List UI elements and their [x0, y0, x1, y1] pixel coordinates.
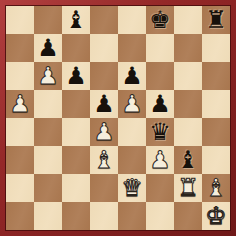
square-g3[interactable]: ♝	[174, 146, 202, 174]
square-a8[interactable]	[6, 6, 34, 34]
square-f4[interactable]: ♛	[146, 118, 174, 146]
black-rook-h8[interactable]: ♜	[205, 6, 227, 34]
square-a4[interactable]	[6, 118, 34, 146]
square-g2[interactable]: ♜	[174, 174, 202, 202]
black-pawn-f5[interactable]: ♟	[149, 90, 171, 118]
square-e1[interactable]	[118, 202, 146, 230]
square-g4[interactable]	[174, 118, 202, 146]
square-e3[interactable]	[118, 146, 146, 174]
white-pawn-f3[interactable]: ♟	[149, 146, 171, 174]
square-b5[interactable]	[34, 90, 62, 118]
square-e4[interactable]	[118, 118, 146, 146]
square-a7[interactable]	[6, 34, 34, 62]
square-c6[interactable]: ♟	[62, 62, 90, 90]
square-a3[interactable]	[6, 146, 34, 174]
square-d5[interactable]: ♟	[90, 90, 118, 118]
white-pawn-d4[interactable]: ♟	[93, 118, 115, 146]
square-d4[interactable]: ♟	[90, 118, 118, 146]
square-b1[interactable]	[34, 202, 62, 230]
square-h2[interactable]: ♝	[202, 174, 230, 202]
square-c5[interactable]	[62, 90, 90, 118]
board-frame: ♝♚♜♟♟♟♟♟♟♟♟♟♛♝♟♝♛♜♝♚	[0, 0, 236, 236]
square-h7[interactable]	[202, 34, 230, 62]
square-d6[interactable]	[90, 62, 118, 90]
black-pawn-e6[interactable]: ♟	[121, 62, 143, 90]
square-c4[interactable]	[62, 118, 90, 146]
black-pawn-d5[interactable]: ♟	[93, 90, 115, 118]
black-queen-f4[interactable]: ♛	[149, 118, 171, 146]
square-c2[interactable]	[62, 174, 90, 202]
black-bishop-g3[interactable]: ♝	[177, 146, 199, 174]
square-e5[interactable]: ♟	[118, 90, 146, 118]
square-d1[interactable]	[90, 202, 118, 230]
black-pawn-c6[interactable]: ♟	[65, 62, 87, 90]
square-h4[interactable]	[202, 118, 230, 146]
square-f1[interactable]	[146, 202, 174, 230]
white-queen-e2[interactable]: ♛	[121, 174, 143, 202]
square-f7[interactable]	[146, 34, 174, 62]
white-pawn-a5[interactable]: ♟	[9, 90, 31, 118]
chessboard[interactable]: ♝♚♜♟♟♟♟♟♟♟♟♟♛♝♟♝♛♜♝♚	[6, 6, 230, 230]
white-king-h1[interactable]: ♚	[205, 202, 227, 230]
chessboard-screenshot: ♝♚♜♟♟♟♟♟♟♟♟♟♛♝♟♝♛♜♝♚	[0, 0, 236, 236]
square-h1[interactable]: ♚	[202, 202, 230, 230]
white-pawn-e5[interactable]: ♟	[121, 90, 143, 118]
square-e2[interactable]: ♛	[118, 174, 146, 202]
square-g7[interactable]	[174, 34, 202, 62]
square-f2[interactable]	[146, 174, 174, 202]
square-d7[interactable]	[90, 34, 118, 62]
white-bishop-d3[interactable]: ♝	[93, 146, 115, 174]
black-pawn-b7[interactable]: ♟	[37, 34, 59, 62]
square-h6[interactable]	[202, 62, 230, 90]
square-g6[interactable]	[174, 62, 202, 90]
square-b4[interactable]	[34, 118, 62, 146]
square-d3[interactable]: ♝	[90, 146, 118, 174]
square-h3[interactable]	[202, 146, 230, 174]
square-h8[interactable]: ♜	[202, 6, 230, 34]
square-e8[interactable]	[118, 6, 146, 34]
square-b3[interactable]	[34, 146, 62, 174]
white-bishop-h2[interactable]: ♝	[205, 174, 227, 202]
square-g1[interactable]	[174, 202, 202, 230]
square-b2[interactable]	[34, 174, 62, 202]
square-c8[interactable]: ♝	[62, 6, 90, 34]
square-b7[interactable]: ♟	[34, 34, 62, 62]
square-e7[interactable]	[118, 34, 146, 62]
square-e6[interactable]: ♟	[118, 62, 146, 90]
square-d8[interactable]	[90, 6, 118, 34]
square-a5[interactable]: ♟	[6, 90, 34, 118]
white-pawn-b6[interactable]: ♟	[37, 62, 59, 90]
square-b6[interactable]: ♟	[34, 62, 62, 90]
square-f3[interactable]: ♟	[146, 146, 174, 174]
square-f5[interactable]: ♟	[146, 90, 174, 118]
black-bishop-c8[interactable]: ♝	[65, 6, 87, 34]
square-c3[interactable]	[62, 146, 90, 174]
square-c1[interactable]	[62, 202, 90, 230]
square-c7[interactable]	[62, 34, 90, 62]
square-d2[interactable]	[90, 174, 118, 202]
square-f6[interactable]	[146, 62, 174, 90]
square-a1[interactable]	[6, 202, 34, 230]
white-rook-g2[interactable]: ♜	[177, 174, 199, 202]
square-h5[interactable]	[202, 90, 230, 118]
square-f8[interactable]: ♚	[146, 6, 174, 34]
square-g5[interactable]	[174, 90, 202, 118]
square-b8[interactable]	[34, 6, 62, 34]
square-g8[interactable]	[174, 6, 202, 34]
black-king-f8[interactable]: ♚	[149, 6, 171, 34]
square-a2[interactable]	[6, 174, 34, 202]
square-a6[interactable]	[6, 62, 34, 90]
